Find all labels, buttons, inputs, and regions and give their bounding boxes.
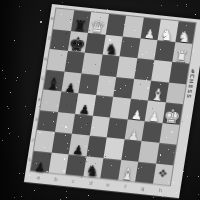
file-label-a: a <box>29 173 48 184</box>
chess-photo: ♜♛♟♞♞♚♞♜♝♟♝♟♟♟♚♟♟♟♞♝ abcdefgh 87654321 ♞… <box>0 0 200 200</box>
black-knight: ♞ <box>85 163 101 179</box>
file-label-b: b <box>46 174 65 185</box>
chess-board: ♜♛♟♞♞♚♞♜♝♟♝♟♟♟♚♟♟♟♞♝ <box>31 8 196 185</box>
white-bishop: ♝ <box>119 166 136 183</box>
square-h2 <box>156 143 177 165</box>
square-h8: ♞ <box>175 21 196 43</box>
file-label-e: e <box>99 180 118 191</box>
square-h7: ♜ <box>172 42 193 64</box>
file-label-d: d <box>81 178 100 189</box>
board-frame: ♜♛♟♞♞♚♞♜♝♟♝♟♟♟♚♟♟♟♞♝ abcdefgh 87654321 ♞… <box>24 4 200 198</box>
file-label-g: g <box>133 184 152 195</box>
brand-text: CHESS <box>186 74 196 99</box>
black-pawn: ♟ <box>34 160 47 174</box>
file-label-f: f <box>116 182 135 193</box>
file-label-c: c <box>64 176 83 187</box>
compass-logo-icon: ❖ <box>152 163 173 185</box>
file-label-h: h <box>151 185 170 196</box>
